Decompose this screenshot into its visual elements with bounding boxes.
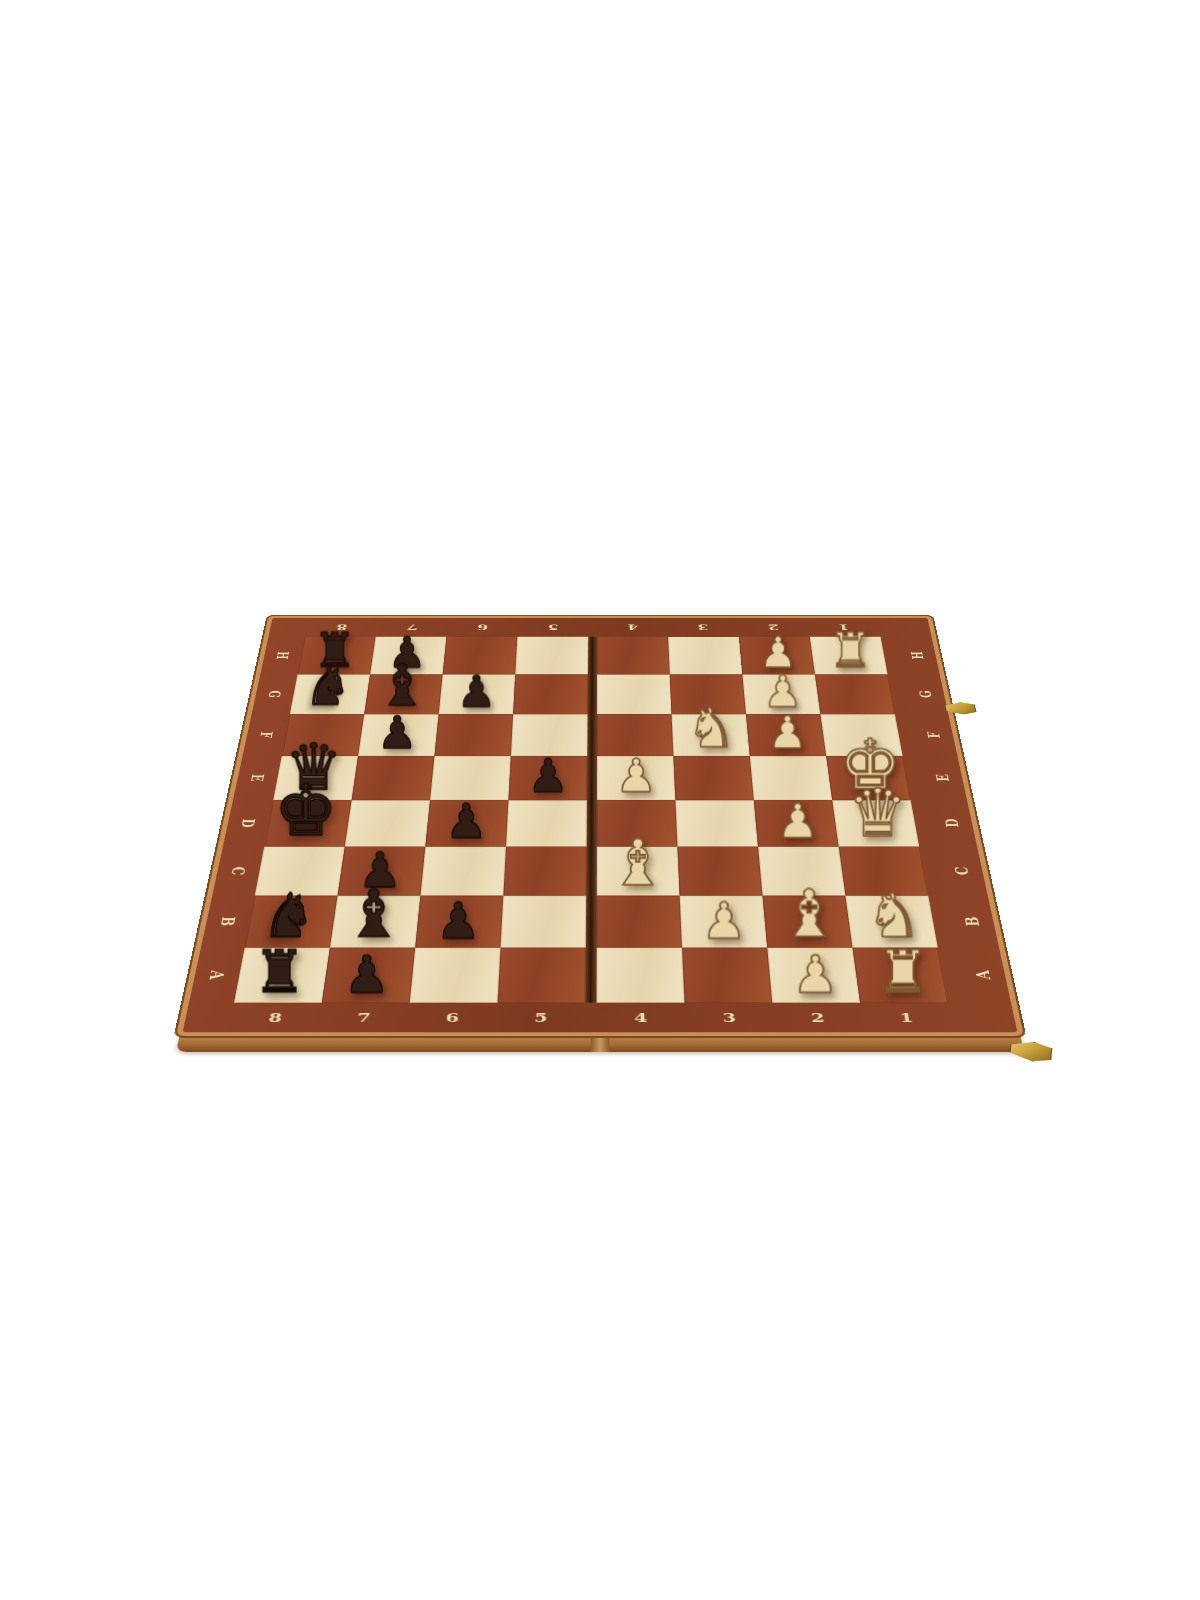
coord-label-3: 3 [667,618,739,637]
square-a2[interactable]: ♟ [767,948,860,1003]
square-e4[interactable]: ♟ [597,756,675,800]
square-d7[interactable] [345,800,430,846]
square-h5[interactable] [515,637,588,675]
piece-black-pawn-b6[interactable]: ♟ [416,895,501,945]
square-a1[interactable]: ♜ [853,948,948,1003]
piece-white-rook-h1[interactable]: ♜ [814,626,886,674]
coord-label-6: 6 [407,1003,498,1033]
square-c5[interactable] [503,847,586,896]
board-frame: 87654321 HGFEDCBA ♜♟♞♝♟♟♛♟♚♟♟♞♝♟♜♟ ♟♜♟♞♟… [183,618,1018,1032]
square-b6[interactable]: ♟ [415,896,503,948]
square-a4[interactable] [597,948,685,1003]
square-b5[interactable] [501,896,587,948]
coord-label-7: 7 [317,1003,409,1033]
square-d2[interactable]: ♟ [754,800,839,846]
square-g5[interactable] [513,675,588,715]
coord-label-2: 2 [772,1003,864,1033]
coord-label-5: 5 [517,618,588,637]
piece-white-pawn-a2[interactable]: ♟ [772,949,859,1001]
piece-black-rook-a8[interactable]: ♜ [236,942,323,1000]
piece-white-pawn-b3[interactable]: ♟ [682,895,767,945]
square-d1[interactable]: ♛ [832,800,919,846]
coord-label-4: 4 [597,1003,686,1033]
board-near-edge-rim [176,1032,1024,1052]
piece-black-pawn-f7[interactable]: ♟ [359,710,435,755]
square-f6[interactable] [434,714,513,756]
square-g4[interactable] [597,675,671,715]
square-h1[interactable]: ♜ [810,637,888,675]
square-e7[interactable] [352,756,435,800]
square-d6[interactable]: ♟ [425,800,508,846]
square-e5[interactable]: ♟ [508,756,587,800]
chess-board-tilted-plane: 87654321 HGFEDCBA ♜♟♞♝♟♟♛♟♚♟♟♞♝♟♜♟ ♟♜♟♞♟… [178,618,1021,1052]
piece-black-pawn-a7[interactable]: ♟ [323,949,410,1001]
coord-label-3: 3 [684,1003,775,1033]
piece-white-bishop-b2[interactable]: ♝ [767,881,852,946]
seam-gap [588,618,597,623]
piece-white-bishop-c4[interactable]: ♝ [597,831,680,894]
product-photo-scene: 87654321 HGFEDCBA ♜♟♞♝♟♟♛♟♚♟♟♞♝♟♜♟ ♟♜♟♞♟… [0,0,1200,1600]
coord-label-G: G [887,684,965,704]
piece-black-knight-g8[interactable]: ♞ [291,660,365,713]
coords-near-numbers: 87654321 [228,1003,971,1033]
square-d8[interactable]: ♚ [264,800,351,846]
piece-black-pawn-d6[interactable]: ♟ [426,798,506,845]
square-c6[interactable] [420,847,506,896]
square-f3[interactable]: ♞ [672,714,750,756]
square-b2[interactable]: ♝ [763,896,853,948]
square-f7[interactable]: ♟ [358,714,439,756]
coord-label-4: 4 [597,618,668,637]
piece-black-bishop-b7[interactable]: ♝ [331,881,416,946]
square-h3[interactable] [668,637,742,675]
square-a6[interactable] [410,948,501,1003]
square-a8[interactable]: ♜ [234,948,330,1003]
piece-black-pawn-e5[interactable]: ♟ [509,753,587,799]
coord-label-1: 1 [860,1003,953,1033]
chess-board-3d-wrapper: 87654321 HGFEDCBA ♜♟♞♝♟♟♛♟♚♟♟♞♝♟♜♟ ♟♜♟♞♟… [150,455,1050,1015]
square-b4[interactable] [597,896,682,948]
square-c3[interactable] [677,847,762,896]
coord-label-6: 6 [446,618,518,637]
piece-white-knight-f3[interactable]: ♞ [673,701,749,756]
square-d3[interactable] [675,800,758,846]
square-a5[interactable] [498,948,586,1003]
square-g6[interactable]: ♟ [439,675,516,715]
square-a3[interactable] [682,948,772,1003]
piece-white-pawn-f2[interactable]: ♟ [749,710,825,755]
square-c4[interactable]: ♝ [597,847,680,896]
piece-white-pawn-e4[interactable]: ♟ [597,753,675,799]
square-b7[interactable]: ♝ [330,896,421,948]
piece-black-king-d8[interactable]: ♚ [266,775,346,846]
piece-white-pawn-d2[interactable]: ♟ [757,798,837,845]
coord-label-8: 8 [228,1003,322,1033]
piece-white-rook-a1[interactable]: ♜ [859,942,946,1000]
board-playing-area: ♜♟♞♝♟♟♛♟♚♟♟♞♝♟♜♟ ♟♜♟♞♟♟♚♟♛♝♟♝♞♟♜ [234,637,966,1003]
piece-black-pawn-g6[interactable]: ♟ [439,669,513,713]
piece-white-queen-d1[interactable]: ♛ [838,780,918,846]
square-f2[interactable]: ♟ [746,714,826,756]
square-g1[interactable] [815,675,895,715]
square-d5[interactable] [506,800,587,846]
coord-label-5: 5 [496,1003,585,1033]
seam-gap [585,1003,596,1010]
square-a7[interactable]: ♟ [322,948,415,1003]
square-b3[interactable]: ♟ [680,896,768,948]
square-e3[interactable] [673,756,753,800]
rim-dovetail-joint [591,1032,609,1052]
coord-label-H: H [880,646,956,665]
square-g8[interactable]: ♞ [290,675,370,715]
square-h4[interactable] [597,637,670,675]
